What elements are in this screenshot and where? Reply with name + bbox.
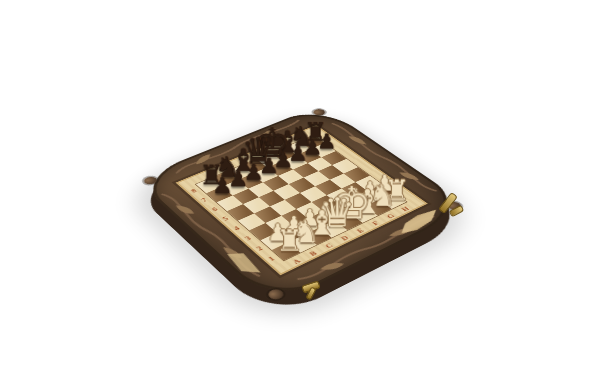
board-scene: 87654321 ABCDEFGH ♜♞♝♛♚♝♞♜♟♟♟♟♟♟♟♟♟♟♟♟♟♟… [180,73,420,313]
product-photo-stage: 87654321 ABCDEFGH ♜♞♝♛♚♝♞♜♟♟♟♟♟♟♟♟♟♟♟♟♟♟… [0,0,600,380]
carved-rosette-corner-icon [311,108,327,117]
walnut-carved-frame: 87654321 ABCDEFGH ♜♞♝♛♚♝♞♜♟♟♟♟♟♟♟♟♟♟♟♟♟♟… [135,105,471,307]
rank-label-6: 6 [204,202,227,217]
carved-rosette-corner-icon [266,288,286,302]
piece-white-rook[interactable]: ♜ [277,227,303,255]
square-a4[interactable] [238,214,265,231]
carved-rosette-corner-icon [142,175,160,185]
piece-black-pawn[interactable]: ♟ [212,176,232,197]
board-3d-wrapper: 87654321 ABCDEFGH ♜♞♝♛♚♝♞♜♟♟♟♟♟♟♟♟♟♟♟♟♟♟… [135,105,471,307]
